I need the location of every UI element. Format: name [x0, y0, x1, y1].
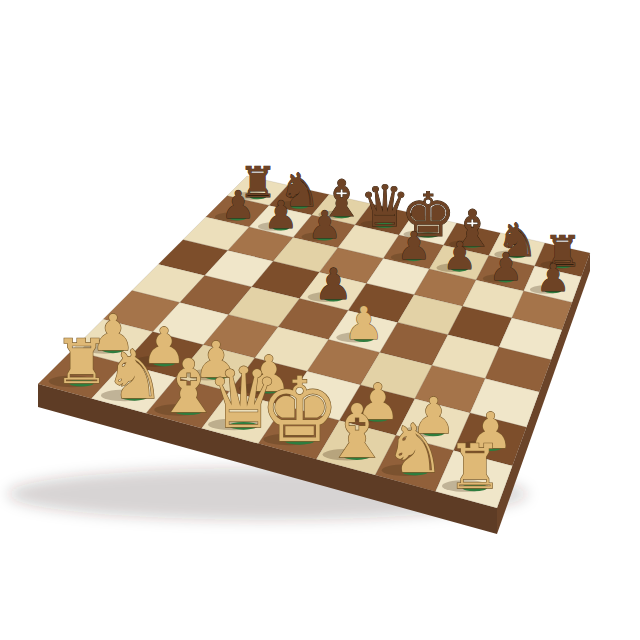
- piece-black-pawn-e7: ♟: [397, 224, 431, 268]
- piece-black-pawn-c7: ♟: [308, 203, 342, 247]
- piece-white-bishop-f1: ♝: [324, 388, 390, 474]
- piece-black-pawn-g7: ♟: [489, 245, 523, 289]
- chess-set-product-photo: ♜♞♝♟♛♟♚♟♝♞♟♜♟♟♟♟♟♟♟♟♜♟♞♝♟♛♟♚♟♝♞♜ Romania…: [0, 0, 640, 640]
- piece-black-pawn-h7: ♟: [536, 256, 570, 300]
- piece-white-rook-h1: ♜: [447, 431, 502, 502]
- piece-white-pawn-e4: ♟: [343, 297, 383, 350]
- chessboard-perspective-view: ♜♞♝♟♛♟♚♟♝♞♟♜♟♟♟♟♟♟♟♟♜♟♞♝♟♛♟♚♟♝♞♜: [0, 0, 640, 640]
- piece-white-rook-a1: ♜: [54, 326, 109, 397]
- piece-black-pawn-f7: ♟: [442, 234, 476, 278]
- piece-black-pawn-b7: ♟: [264, 193, 298, 237]
- piece-white-knight-g1: ♞: [385, 409, 446, 488]
- piece-black-pawn-a7: ♟: [221, 183, 255, 227]
